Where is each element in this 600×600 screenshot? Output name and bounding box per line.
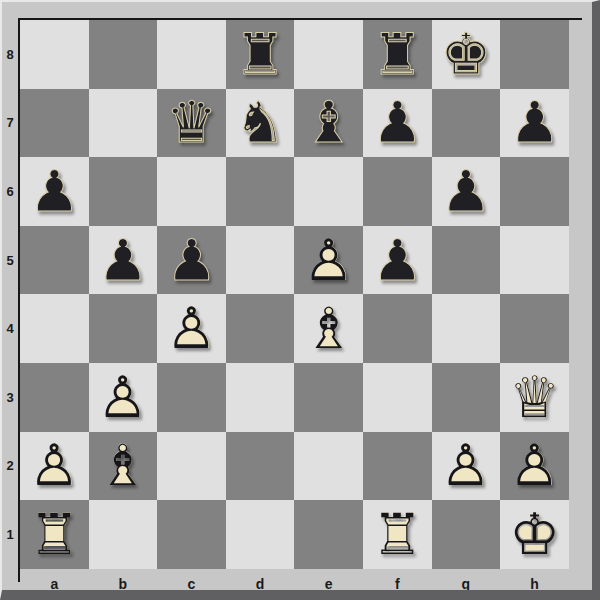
white-pawn[interactable]: ♟♙ (89, 363, 158, 432)
white-pawn[interactable]: ♟♙ (157, 294, 226, 363)
square-a3[interactable] (20, 363, 89, 432)
piece-fill-layer: ♟ (157, 226, 226, 295)
square-b7[interactable] (89, 89, 158, 158)
square-c5[interactable]: ♟ (157, 226, 226, 295)
piece-outline-layer: ♖ (363, 500, 432, 569)
black-pawn[interactable]: ♟ (500, 89, 569, 158)
square-h1[interactable]: ♚♔ (500, 500, 569, 569)
square-d1[interactable] (226, 500, 295, 569)
square-g7[interactable] (432, 89, 501, 158)
file-label-g: g (432, 572, 501, 596)
square-d8[interactable]: ♜ (226, 20, 295, 89)
square-b5[interactable]: ♟ (89, 226, 158, 295)
square-b1[interactable] (89, 500, 158, 569)
square-a8[interactable] (20, 20, 89, 89)
square-c3[interactable] (157, 363, 226, 432)
piece-fill-layer: ♟ (500, 89, 569, 158)
rank-label-4: 4 (2, 294, 18, 363)
piece-fill-layer: ♜ (363, 20, 432, 89)
rank-label-5: 5 (2, 226, 18, 295)
square-e4[interactable]: ♝♗ (294, 294, 363, 363)
square-h7[interactable]: ♟ (500, 89, 569, 158)
square-a1[interactable]: ♜♖ (20, 500, 89, 569)
black-pawn[interactable]: ♟ (363, 226, 432, 295)
white-bishop[interactable]: ♝♗ (294, 294, 363, 363)
piece-outline-layer: ♙ (294, 226, 363, 295)
rank-label-3: 3 (2, 363, 18, 432)
piece-fill-layer: ♟ (432, 157, 501, 226)
square-e8[interactable] (294, 20, 363, 89)
file-label-f: f (363, 572, 432, 596)
black-king[interactable]: ♚ (432, 20, 501, 89)
square-e7[interactable]: ♝ (294, 89, 363, 158)
chess-board: ♜♜♚♛♞♝♟♟♟♟♟♟♟♙♟♟♙♝♗♟♙♛♕♟♙♝♗♟♙♟♙♜♖♜♖♚♔ (20, 20, 569, 569)
black-pawn[interactable]: ♟ (20, 157, 89, 226)
piece-outline-layer: ♖ (20, 500, 89, 569)
square-c1[interactable] (157, 500, 226, 569)
square-h6[interactable] (500, 157, 569, 226)
white-rook[interactable]: ♜♖ (20, 500, 89, 569)
square-f6[interactable] (363, 157, 432, 226)
white-pawn[interactable]: ♟♙ (20, 432, 89, 501)
piece-outline-layer: ♗ (294, 294, 363, 363)
white-pawn[interactable]: ♟♙ (432, 432, 501, 501)
square-d6[interactable] (226, 157, 295, 226)
black-pawn[interactable]: ♟ (363, 89, 432, 158)
square-a5[interactable] (20, 226, 89, 295)
square-d3[interactable] (226, 363, 295, 432)
square-f7[interactable]: ♟ (363, 89, 432, 158)
piece-outline-layer: ♙ (157, 294, 226, 363)
black-knight[interactable]: ♞ (226, 89, 295, 158)
rank-label-6: 6 (2, 157, 18, 226)
white-pawn[interactable]: ♟♙ (500, 432, 569, 501)
square-g8[interactable]: ♚ (432, 20, 501, 89)
square-f3[interactable] (363, 363, 432, 432)
black-bishop[interactable]: ♝ (294, 89, 363, 158)
square-f8[interactable]: ♜ (363, 20, 432, 89)
square-f1[interactable]: ♜♖ (363, 500, 432, 569)
piece-fill-layer: ♜ (226, 20, 295, 89)
square-c7[interactable]: ♛ (157, 89, 226, 158)
square-b6[interactable] (89, 157, 158, 226)
square-a2[interactable]: ♟♙ (20, 432, 89, 501)
piece-outline-layer: ♙ (432, 432, 501, 501)
white-bishop[interactable]: ♝♗ (89, 432, 158, 501)
piece-fill-layer: ♛ (157, 89, 226, 158)
square-e6[interactable] (294, 157, 363, 226)
square-h2[interactable]: ♟♙ (500, 432, 569, 501)
black-rook[interactable]: ♜ (226, 20, 295, 89)
file-label-d: d (226, 572, 295, 596)
square-e2[interactable] (294, 432, 363, 501)
piece-outline-layer: ♗ (89, 432, 158, 501)
black-pawn[interactable]: ♟ (157, 226, 226, 295)
piece-outline-layer: ♙ (500, 432, 569, 501)
square-d4[interactable] (226, 294, 295, 363)
piece-fill-layer: ♟ (89, 226, 158, 295)
square-g5[interactable] (432, 226, 501, 295)
square-c2[interactable] (157, 432, 226, 501)
square-b4[interactable] (89, 294, 158, 363)
black-pawn[interactable]: ♟ (432, 157, 501, 226)
square-h5[interactable] (500, 226, 569, 295)
piece-fill-layer: ♚ (432, 20, 501, 89)
white-pawn[interactable]: ♟♙ (294, 226, 363, 295)
white-queen[interactable]: ♛♕ (500, 363, 569, 432)
file-label-e: e (294, 572, 363, 596)
white-king[interactable]: ♚♔ (500, 500, 569, 569)
square-g1[interactable] (432, 500, 501, 569)
square-h8[interactable] (500, 20, 569, 89)
rank-label-1: 1 (2, 500, 18, 569)
square-h4[interactable] (500, 294, 569, 363)
file-label-h: h (500, 572, 569, 596)
piece-outline-layer: ♙ (20, 432, 89, 501)
square-a4[interactable] (20, 294, 89, 363)
rank-label-7: 7 (2, 89, 18, 158)
square-h3[interactable]: ♛♕ (500, 363, 569, 432)
square-c8[interactable] (157, 20, 226, 89)
square-c6[interactable] (157, 157, 226, 226)
square-b2[interactable]: ♝♗ (89, 432, 158, 501)
square-g4[interactable] (432, 294, 501, 363)
file-coordinates: abcdefgh (20, 572, 569, 596)
piece-fill-layer: ♞ (226, 89, 295, 158)
square-f5[interactable]: ♟ (363, 226, 432, 295)
square-g3[interactable] (432, 363, 501, 432)
piece-outline-layer: ♕ (500, 363, 569, 432)
rank-coordinates: 87654321 (2, 20, 18, 569)
square-a6[interactable]: ♟ (20, 157, 89, 226)
black-queen[interactable]: ♛ (157, 89, 226, 158)
square-f4[interactable] (363, 294, 432, 363)
rank-label-8: 8 (2, 20, 18, 89)
rank-label-2: 2 (2, 432, 18, 501)
piece-outline-layer: ♙ (89, 363, 158, 432)
piece-fill-layer: ♟ (20, 157, 89, 226)
white-rook[interactable]: ♜♖ (363, 500, 432, 569)
piece-fill-layer: ♟ (363, 89, 432, 158)
square-g6[interactable]: ♟ (432, 157, 501, 226)
file-label-a: a (20, 572, 89, 596)
square-e1[interactable] (294, 500, 363, 569)
piece-fill-layer: ♝ (294, 89, 363, 158)
square-e3[interactable] (294, 363, 363, 432)
square-f2[interactable] (363, 432, 432, 501)
piece-fill-layer: ♟ (363, 226, 432, 295)
black-rook[interactable]: ♜ (363, 20, 432, 89)
square-b3[interactable]: ♟♙ (89, 363, 158, 432)
file-label-b: b (89, 572, 158, 596)
square-d5[interactable] (226, 226, 295, 295)
file-label-c: c (157, 572, 226, 596)
square-g2[interactable]: ♟♙ (432, 432, 501, 501)
piece-outline-layer: ♔ (500, 500, 569, 569)
board-frame: ♜♜♚♛♞♝♟♟♟♟♟♟♟♙♟♟♙♝♗♟♙♛♕♟♙♝♗♟♙♟♙♜♖♜♖♚♔ 87… (0, 0, 600, 600)
square-d2[interactable] (226, 432, 295, 501)
square-b8[interactable] (89, 20, 158, 89)
black-pawn[interactable]: ♟ (89, 226, 158, 295)
square-e5[interactable]: ♟♙ (294, 226, 363, 295)
square-d7[interactable]: ♞ (226, 89, 295, 158)
square-c4[interactable]: ♟♙ (157, 294, 226, 363)
square-a7[interactable] (20, 89, 89, 158)
